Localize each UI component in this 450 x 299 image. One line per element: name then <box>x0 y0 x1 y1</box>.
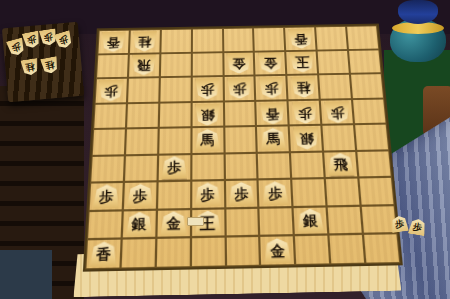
piece-pawn-gote[interactable]: 歩 <box>258 77 284 99</box>
square-8d[interactable] <box>126 102 159 128</box>
king-piece-signature-tag <box>187 217 204 226</box>
piece-kanji: 歩 <box>104 84 118 97</box>
square-7i[interactable] <box>155 238 190 268</box>
square-9b[interactable] <box>96 53 129 78</box>
square-6g[interactable]: 歩 <box>191 180 225 209</box>
square-4a[interactable] <box>253 27 285 51</box>
square-6d[interactable]: 銀 <box>191 101 224 127</box>
vase-neck <box>398 0 438 24</box>
square-7g[interactable] <box>157 181 191 210</box>
square-2f[interactable]: 飛 <box>323 151 358 179</box>
square-3b[interactable]: 玉 <box>285 50 318 75</box>
square-9a[interactable]: 香 <box>97 30 129 54</box>
captured-piece-gote[interactable]: 桂 <box>20 58 39 76</box>
piece-gold-gote[interactable]: 金 <box>226 53 251 74</box>
piece-kanji: 桂 <box>296 81 310 94</box>
square-2h[interactable] <box>327 206 363 235</box>
piece-silver-sente[interactable]: 銀 <box>125 212 153 237</box>
square-8f[interactable] <box>124 154 158 182</box>
square-1e[interactable] <box>354 124 389 151</box>
square-5b[interactable]: 金 <box>223 51 255 76</box>
piece-horse-sente[interactable]: 馬 <box>260 128 287 151</box>
piece-king-gote[interactable]: 玉 <box>289 52 315 73</box>
piece-rook-gote[interactable]: 飛 <box>131 55 156 76</box>
piece-pawn-gote[interactable]: 歩 <box>291 101 318 123</box>
square-3i[interactable] <box>294 235 330 265</box>
piece-kanji: 馬 <box>266 132 280 146</box>
piece-kanji: 飛 <box>137 59 151 72</box>
square-3h[interactable]: 銀 <box>293 206 329 235</box>
piece-kanji: 飛 <box>333 157 348 171</box>
square-9h[interactable] <box>87 210 123 239</box>
piece-kanji: 銀 <box>201 108 215 121</box>
square-7f[interactable]: 歩 <box>157 154 191 182</box>
square-9g[interactable]: 歩 <box>89 182 124 211</box>
square-2c[interactable] <box>318 74 352 100</box>
piece-kanji: 銀 <box>303 213 318 228</box>
piece-rook-sente[interactable]: 飛 <box>327 153 355 176</box>
square-4c[interactable]: 歩 <box>255 75 288 101</box>
square-6c[interactable]: 歩 <box>191 76 223 102</box>
piece-kanji: 金 <box>166 216 181 231</box>
piece-lance-gote[interactable]: 香 <box>259 102 285 124</box>
piece-kanji: 香 <box>107 36 121 48</box>
square-6e[interactable]: 馬 <box>191 127 224 154</box>
square-2i[interactable] <box>329 234 366 264</box>
piece-gold-sente[interactable]: 金 <box>160 211 187 236</box>
piece-silver-sente[interactable]: 銀 <box>297 209 325 234</box>
square-4e[interactable]: 馬 <box>256 126 290 153</box>
square-2e[interactable] <box>322 124 357 151</box>
piece-pawn-sente[interactable]: 歩 <box>194 183 221 207</box>
square-5i[interactable] <box>225 236 260 266</box>
square-1d[interactable] <box>352 98 387 124</box>
piece-pawn-sente[interactable]: 歩 <box>161 156 188 180</box>
piece-knight-gote[interactable]: 桂 <box>290 76 316 98</box>
board-grid[interactable]: 香桂香飛金金玉歩歩歩歩桂銀香歩歩馬馬銀歩飛歩歩歩歩歩銀金王銀香金 <box>83 24 403 272</box>
square-8g[interactable]: 歩 <box>123 182 158 211</box>
square-9f[interactable] <box>90 155 125 183</box>
square-4d[interactable]: 香 <box>256 100 289 126</box>
captured-piece-gote[interactable]: 歩 <box>6 37 27 57</box>
piece-pawn-sente[interactable]: 歩 <box>228 182 255 206</box>
piece-silver-gote[interactable]: 銀 <box>293 127 320 150</box>
square-3a[interactable]: 香 <box>284 26 316 50</box>
piece-kanji: 香 <box>265 106 279 119</box>
square-3d[interactable]: 歩 <box>288 99 322 125</box>
square-7c[interactable] <box>159 77 191 103</box>
piece-kanji: 金 <box>232 57 246 70</box>
square-1b[interactable] <box>348 49 382 74</box>
piece-horse-sente[interactable]: 馬 <box>195 129 221 152</box>
piece-kanji: 銀 <box>299 132 314 146</box>
square-8i[interactable] <box>120 238 156 268</box>
square-1a[interactable] <box>346 25 379 49</box>
square-8c[interactable] <box>127 77 160 103</box>
square-3g[interactable] <box>292 178 327 207</box>
piece-kanji: 桂 <box>138 35 151 47</box>
piece-pawn-gote[interactable]: 歩 <box>98 80 124 102</box>
piece-kanji: 金 <box>270 243 285 258</box>
square-1h[interactable] <box>361 205 398 234</box>
square-7h[interactable]: 金 <box>156 209 191 238</box>
piece-pawn-gote[interactable]: 歩 <box>227 78 253 100</box>
piece-kanji: 歩 <box>201 187 215 201</box>
square-5f[interactable] <box>224 153 258 181</box>
square-9d[interactable] <box>93 103 127 129</box>
square-8h[interactable]: 銀 <box>122 210 157 239</box>
square-4g[interactable]: 歩 <box>258 179 293 208</box>
square-8b[interactable]: 飛 <box>128 53 160 78</box>
square-8e[interactable] <box>125 128 159 155</box>
captured-piece-gote[interactable]: 歩 <box>22 30 42 49</box>
square-6b[interactable] <box>191 52 223 77</box>
square-1i[interactable] <box>363 234 400 264</box>
shogi-board: 香桂香飛金金玉歩歩歩歩桂銀香歩歩馬馬銀歩飛歩歩歩歩歩銀金王銀香金 <box>62 26 414 288</box>
piece-kanji: 歩 <box>268 186 283 200</box>
square-4f[interactable] <box>257 152 291 180</box>
square-9i[interactable]: 香 <box>85 239 121 269</box>
square-6f[interactable] <box>191 153 225 181</box>
piece-kanji: 香 <box>96 246 111 261</box>
piece-kanji: 香 <box>294 32 308 44</box>
square-6a[interactable] <box>192 28 223 52</box>
piece-kanji: 歩 <box>330 105 345 118</box>
square-2b[interactable] <box>317 50 350 75</box>
square-9e[interactable] <box>92 129 126 156</box>
square-3f[interactable] <box>290 151 325 179</box>
square-1g[interactable] <box>358 177 394 205</box>
square-1f[interactable] <box>356 150 392 178</box>
piece-kanji: 歩 <box>99 189 114 204</box>
square-7e[interactable] <box>158 127 191 154</box>
piece-kanji: 歩 <box>297 106 311 119</box>
piece-kanji: 馬 <box>201 133 215 147</box>
captured-piece-gote[interactable]: 桂 <box>40 56 60 75</box>
photo-scene: 歩歩歩歩桂桂 香桂香飛金金玉歩歩歩歩桂銀香歩歩馬馬銀歩飛歩歩歩歩歩銀金王銀香金 … <box>0 0 450 299</box>
square-2d[interactable]: 歩 <box>320 99 354 125</box>
piece-pawn-sente[interactable]: 歩 <box>92 184 120 208</box>
square-7d[interactable] <box>159 102 192 128</box>
square-3c[interactable]: 桂 <box>287 74 320 100</box>
square-5a[interactable] <box>223 28 255 52</box>
square-4h[interactable] <box>259 207 294 236</box>
piece-pawn-gote[interactable]: 歩 <box>323 101 350 123</box>
square-4i[interactable]: 金 <box>260 236 296 266</box>
piece-lance-gote[interactable]: 香 <box>101 32 126 53</box>
square-7a[interactable] <box>160 29 191 53</box>
piece-pawn-gote[interactable]: 歩 <box>195 78 220 100</box>
piece-kanji: 歩 <box>201 82 215 95</box>
piece-kanji: 金 <box>263 57 277 70</box>
piece-pawn-sente[interactable]: 歩 <box>126 184 153 208</box>
square-5h[interactable] <box>225 208 260 237</box>
piece-kanji: 銀 <box>132 217 147 232</box>
square-4b[interactable]: 金 <box>254 51 286 76</box>
piece-kanji: 歩 <box>234 187 249 201</box>
piece-gold-gote[interactable]: 金 <box>258 53 284 74</box>
square-1c[interactable] <box>350 73 384 98</box>
piece-kanji: 歩 <box>167 161 181 175</box>
piece-kanji: 歩 <box>264 81 278 94</box>
square-2a[interactable] <box>315 26 348 50</box>
square-2g[interactable] <box>325 178 361 206</box>
piece-kanji: 歩 <box>232 82 246 95</box>
square-5c[interactable]: 歩 <box>223 76 255 102</box>
square-3e[interactable]: 銀 <box>289 125 323 152</box>
piece-silver-gote[interactable]: 銀 <box>195 103 221 125</box>
piece-knight-gote[interactable]: 桂 <box>132 31 157 52</box>
square-7b[interactable] <box>160 52 192 77</box>
piece-pawn-sente[interactable]: 歩 <box>262 181 289 205</box>
piece-kanji: 玉 <box>294 56 309 70</box>
square-5d[interactable] <box>223 101 256 127</box>
square-9c[interactable]: 歩 <box>95 78 128 104</box>
piece-kanji: 歩 <box>133 189 148 203</box>
piece-lance-gote[interactable]: 香 <box>288 28 314 49</box>
piece-lance-sente[interactable]: 香 <box>89 241 118 267</box>
square-5g[interactable]: 歩 <box>224 180 258 209</box>
piece-gold-sente[interactable]: 金 <box>263 238 291 264</box>
square-8a[interactable]: 桂 <box>129 29 161 53</box>
square-6i[interactable] <box>190 237 225 267</box>
square-5e[interactable] <box>224 126 257 153</box>
